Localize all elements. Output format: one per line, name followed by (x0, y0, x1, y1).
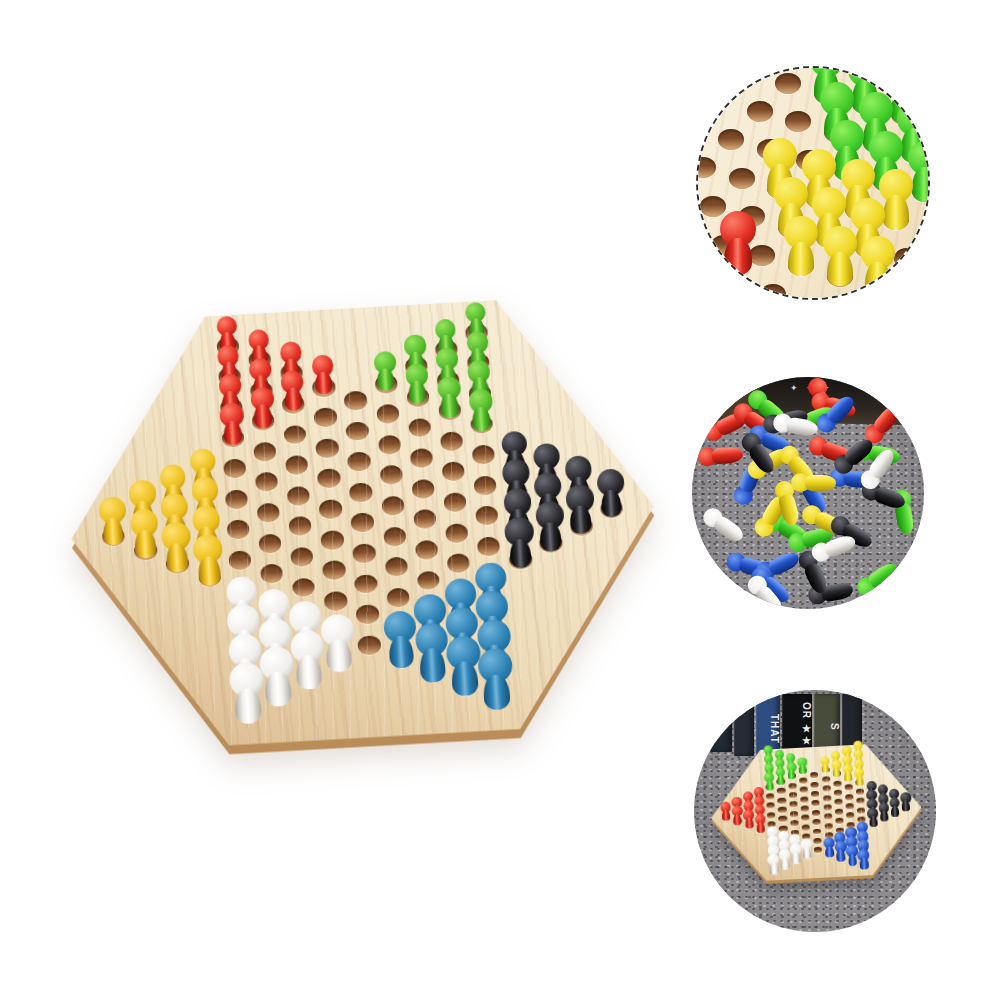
peg-body (836, 850, 845, 862)
peg-body (420, 648, 447, 683)
peg-blue (446, 635, 483, 696)
peg-body (865, 262, 891, 296)
peg-yellow2 (823, 226, 857, 287)
peg-body (756, 822, 765, 833)
book-spine (710, 694, 732, 752)
peg-body (883, 195, 909, 229)
peg-white (767, 853, 780, 874)
peg-body (234, 688, 262, 724)
peg-yellow (130, 509, 160, 560)
book-spine (734, 694, 754, 756)
peg-yellow (193, 534, 225, 587)
peg-body (509, 539, 532, 569)
peg-body (856, 775, 864, 785)
peg-body (284, 388, 302, 412)
peg-body (780, 857, 789, 869)
peg-red (720, 802, 731, 821)
peg-body (866, 559, 901, 590)
peg-white (229, 662, 266, 724)
peg-body (880, 811, 889, 822)
peg-body (472, 407, 491, 432)
peg-red (743, 810, 755, 829)
peg-yellow2 (861, 236, 895, 297)
peg-body (788, 242, 814, 276)
peg-body (773, 66, 799, 70)
inset-closeup-pegs-on-board (696, 66, 930, 300)
chinese-checkers-board-main (59, 292, 665, 753)
peg-green2 (797, 757, 807, 774)
peg-body (791, 852, 800, 864)
peg-body (766, 780, 774, 790)
peg-body (722, 810, 730, 821)
peg-yellow2 (854, 768, 865, 786)
scattered-peg-green2 (854, 558, 903, 600)
peg-green2 (786, 762, 796, 779)
scattered-peg-red (697, 444, 744, 467)
peg-yellow2 (784, 216, 818, 277)
pegs-layer (59, 292, 665, 753)
peg-body (769, 863, 779, 875)
peg-blue (478, 648, 515, 710)
peg-body (844, 771, 852, 781)
peg-body (777, 775, 785, 785)
peg-green2 (775, 767, 785, 785)
peg-red (250, 387, 275, 429)
peg-body (539, 522, 562, 552)
pegs-layer (708, 742, 925, 884)
peg-body (451, 661, 478, 696)
scattered-peg-yellow2 (791, 473, 837, 492)
peg-red (732, 806, 743, 825)
peg-yellow (98, 496, 128, 545)
peg-body (409, 381, 427, 405)
peg-body (805, 475, 836, 491)
peg-body (825, 846, 834, 858)
peg-black (878, 803, 890, 822)
peg-black (504, 517, 536, 570)
peg-head (887, 66, 921, 98)
peg-body (570, 506, 592, 535)
peg-body (102, 517, 124, 545)
inset-board-on-carpet: THATOR ★★★S (694, 690, 936, 932)
peg-green (373, 351, 397, 391)
peg-body (315, 371, 333, 394)
peg-green (405, 363, 430, 404)
peg-body (712, 514, 747, 545)
peg-body (827, 252, 853, 286)
inset-scattered-pegs: ✦ ✦ ✦ (692, 377, 924, 609)
scattered-peg-white (700, 505, 749, 547)
peg-body (600, 489, 622, 517)
peg-body (745, 818, 754, 829)
peg-blue (414, 623, 450, 683)
peg-blue2 (857, 849, 870, 870)
peg-yellow2 (843, 764, 853, 782)
peg-body (265, 672, 292, 707)
peg-body (766, 549, 801, 577)
peg-yellow (161, 521, 192, 573)
peg-white (320, 614, 355, 673)
peg-red (720, 211, 756, 275)
peg-black (535, 501, 566, 553)
peg-body (711, 446, 743, 465)
peg-body (254, 404, 273, 428)
chinese-checkers-board-small (708, 742, 925, 884)
peg-body (724, 238, 751, 275)
peg-black (867, 808, 879, 828)
peg-body (912, 167, 930, 201)
peg-white (779, 848, 792, 869)
peg-green (468, 389, 494, 432)
peg-body (483, 674, 511, 710)
peg-body (786, 416, 819, 437)
peg-yellow2 (831, 760, 841, 777)
peg-black (565, 484, 595, 535)
peg-green2 (764, 772, 775, 790)
peg-white (801, 838, 813, 859)
peg-body (197, 556, 220, 586)
peg-body (134, 530, 156, 559)
peg-body (388, 635, 414, 669)
peg-black (596, 468, 626, 517)
peg-body (326, 638, 352, 672)
peg-body (891, 806, 900, 817)
peg-white (259, 646, 296, 707)
peg-body (295, 655, 322, 690)
peg-white (790, 843, 803, 864)
peg-white (290, 630, 326, 690)
peg-body (440, 394, 459, 418)
peg-yellow2 (820, 756, 830, 773)
peg-body (799, 764, 807, 774)
peg-red (755, 814, 767, 834)
peg-green (437, 376, 462, 418)
peg-body (859, 858, 869, 870)
peg-body (802, 847, 811, 859)
peg-red (280, 370, 305, 411)
peg-black (889, 797, 900, 816)
peg-red (311, 354, 335, 394)
peg-white (769, 66, 803, 70)
peg-blue2 (823, 837, 835, 858)
peg-blue (383, 610, 418, 669)
peg-red (219, 403, 245, 446)
peg-body (869, 816, 878, 827)
peg-body (733, 814, 742, 825)
peg-black (900, 792, 911, 811)
peg-body (166, 543, 189, 573)
product-photo: ✦ ✦ ✦ THATOR ★★★S (0, 0, 1002, 1002)
peg-body (821, 763, 829, 773)
peg-blue2 (835, 841, 848, 862)
